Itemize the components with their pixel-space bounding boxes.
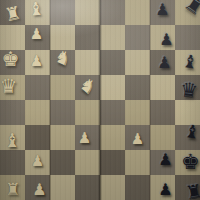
square-g2[interactable]: ♟: [25, 150, 50, 175]
square-h3[interactable]: [50, 175, 75, 200]
square-e5[interactable]: [100, 100, 125, 125]
square-d8[interactable]: ♛: [175, 75, 200, 100]
square-c4[interactable]: [75, 50, 100, 75]
square-e7[interactable]: [150, 100, 175, 125]
square-d5[interactable]: [100, 75, 125, 100]
square-h7[interactable]: ♟: [150, 175, 175, 200]
square-b4[interactable]: [75, 25, 100, 50]
square-f7[interactable]: [150, 125, 175, 150]
square-d3[interactable]: [50, 75, 75, 100]
square-b2[interactable]: ♟: [25, 25, 50, 50]
square-h8[interactable]: ♜: [175, 175, 200, 200]
square-c7[interactable]: ♟: [150, 50, 175, 75]
square-h5[interactable]: [100, 175, 125, 200]
piece-white-pawn-h2[interactable]: ♟: [32, 182, 46, 198]
square-a4[interactable]: [75, 0, 100, 25]
square-f5[interactable]: [100, 125, 125, 150]
square-a7[interactable]: ♟: [150, 0, 175, 25]
square-e2[interactable]: [25, 100, 50, 125]
square-g1[interactable]: [0, 150, 25, 175]
square-f8[interactable]: ♝: [175, 125, 200, 150]
square-d6[interactable]: [125, 75, 150, 100]
piece-white-knight-d4[interactable]: ♞: [76, 73, 100, 97]
square-g3[interactable]: [50, 150, 75, 175]
piece-white-queen-d1[interactable]: ♛: [0, 76, 17, 96]
piece-white-rook-a1[interactable]: ♜: [3, 3, 23, 24]
piece-white-rook-h1[interactable]: ♜: [5, 180, 20, 197]
square-a2[interactable]: ♝: [25, 0, 50, 25]
piece-black-pawn-h7[interactable]: ♟: [158, 182, 172, 198]
square-c5[interactable]: [100, 50, 125, 75]
square-g6[interactable]: [125, 150, 150, 175]
square-e4[interactable]: [75, 100, 100, 125]
square-g8[interactable]: ♚: [175, 150, 200, 175]
square-f3[interactable]: [50, 125, 75, 150]
square-h6[interactable]: [125, 175, 150, 200]
piece-white-king-c1[interactable]: ♚: [2, 49, 20, 69]
square-g5[interactable]: [100, 150, 125, 175]
square-g7[interactable]: ♟: [150, 150, 175, 175]
piece-black-pawn-b7[interactable]: ♟: [159, 32, 173, 48]
square-e6[interactable]: [125, 100, 150, 125]
square-b8[interactable]: [175, 25, 200, 50]
square-b5[interactable]: [100, 25, 125, 50]
square-a5[interactable]: [100, 0, 125, 25]
piece-white-pawn-f6[interactable]: ♟: [131, 131, 144, 146]
square-h2[interactable]: ♟: [25, 175, 50, 200]
square-d4[interactable]: ♞: [75, 75, 100, 100]
piece-black-king-g8[interactable]: ♚: [181, 151, 200, 172]
square-c8[interactable]: ♝: [175, 50, 200, 75]
square-f2[interactable]: [25, 125, 50, 150]
square-b7[interactable]: ♟: [150, 25, 175, 50]
square-a8[interactable]: ♜: [175, 0, 200, 25]
square-a3[interactable]: [50, 0, 75, 25]
square-a1[interactable]: ♜: [0, 0, 25, 25]
piece-black-bishop-f8[interactable]: ♝: [182, 121, 200, 141]
piece-black-queen-d8[interactable]: ♛: [179, 79, 199, 100]
piece-white-pawn-f4[interactable]: ♟: [78, 130, 91, 145]
piece-black-bishop-c8[interactable]: ♝: [180, 51, 198, 71]
square-a6[interactable]: [125, 0, 150, 25]
square-e3[interactable]: [50, 100, 75, 125]
piece-white-pawn-c2[interactable]: ♟: [30, 53, 43, 68]
square-c1[interactable]: ♚: [0, 50, 25, 75]
square-f4[interactable]: ♟: [75, 125, 100, 150]
square-e1[interactable]: [0, 100, 25, 125]
square-c6[interactable]: [125, 50, 150, 75]
piece-black-rook-h8[interactable]: ♜: [183, 181, 200, 200]
square-d2[interactable]: [25, 75, 50, 100]
square-d7[interactable]: [150, 75, 175, 100]
square-d1[interactable]: ♛: [0, 75, 25, 100]
piece-black-pawn-c7[interactable]: ♟: [157, 55, 171, 71]
piece-black-pawn-g7[interactable]: ♟: [158, 152, 172, 168]
piece-black-pawn-a7[interactable]: ♟: [155, 2, 169, 18]
chess-board: ♜♝♟♜♟♟♚♟♞♟♝♛♞♛♝♟♟♝♟♟♚♜♟♟♜: [0, 0, 200, 200]
piece-black-rook-a8[interactable]: ♜: [180, 0, 200, 20]
square-f6[interactable]: ♟: [125, 125, 150, 150]
square-h1[interactable]: ♜: [0, 175, 25, 200]
piece-white-pawn-b2[interactable]: ♟: [30, 26, 43, 41]
square-g4[interactable]: [75, 150, 100, 175]
square-b6[interactable]: [125, 25, 150, 50]
square-f1[interactable]: ♝: [0, 125, 25, 150]
piece-white-knight-c3[interactable]: ♞: [51, 46, 73, 69]
piece-white-bishop-a2[interactable]: ♝: [27, 0, 45, 18]
square-c3[interactable]: ♞: [50, 50, 75, 75]
piece-white-bishop-f1[interactable]: ♝: [4, 130, 21, 149]
square-c2[interactable]: ♟: [25, 50, 50, 75]
piece-white-pawn-g2[interactable]: ♟: [31, 153, 44, 168]
chess-board-photo: ♜♝♟♜♟♟♚♟♞♟♝♛♞♛♝♟♟♝♟♟♚♜♟♟♜: [0, 0, 200, 200]
square-h4[interactable]: [75, 175, 100, 200]
